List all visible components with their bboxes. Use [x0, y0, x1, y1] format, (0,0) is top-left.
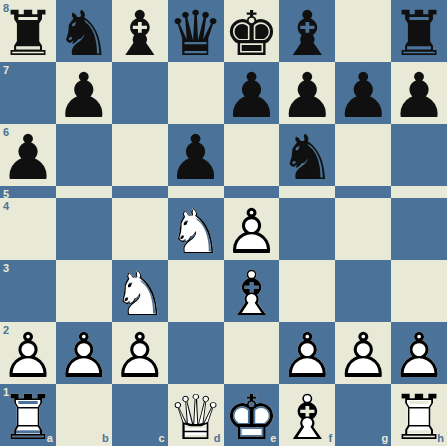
piece-black-knight[interactable]: ♞ — [56, 3, 112, 65]
square-d4[interactable]: ♞♘ — [168, 198, 224, 260]
square-c8[interactable]: ♝ — [112, 0, 168, 62]
square-e4[interactable]: ♟♙ — [224, 198, 280, 260]
square-g8[interactable] — [335, 0, 391, 62]
piece-black-pawn[interactable]: ♟ — [56, 65, 112, 127]
square-g7[interactable]: ♟ — [335, 62, 391, 124]
square-c1[interactable]: c — [112, 384, 168, 446]
square-c4[interactable] — [112, 198, 168, 260]
square-b1[interactable]: b — [56, 384, 112, 446]
white-bishop-outline-icon: ♗ — [224, 263, 280, 325]
square-d2[interactable] — [168, 322, 224, 384]
piece-white-knight[interactable]: ♞♘ — [112, 263, 168, 325]
chess-board: 8♜♞♝♛♚♝♜7♟♟♟♟♟6♟♟♞54♞♘♟♙3♞♘♝♗2♟♙♟♙♟♙♟♙♟♙… — [0, 0, 447, 446]
square-b7[interactable]: ♟ — [56, 62, 112, 124]
white-queen-outline-icon: ♕ — [168, 387, 224, 446]
piece-black-bishop[interactable]: ♝ — [112, 3, 168, 65]
square-a7[interactable]: 7 — [0, 62, 56, 124]
square-d1[interactable]: d♛♕ — [168, 384, 224, 446]
piece-black-bishop[interactable]: ♝ — [280, 3, 336, 65]
black-bishop-icon: ♝ — [280, 3, 336, 65]
square-e3[interactable]: ♝♗ — [224, 260, 280, 322]
white-rook-outline-icon: ♖ — [391, 387, 447, 446]
white-bishop-outline-icon: ♗ — [280, 387, 336, 446]
piece-black-rook[interactable]: ♜ — [0, 3, 56, 65]
square-e6[interactable] — [224, 124, 280, 186]
square-c3[interactable]: ♞♘ — [112, 260, 168, 322]
file-label-c: c — [159, 433, 165, 444]
square-f3[interactable] — [279, 260, 335, 322]
piece-black-knight[interactable]: ♞ — [280, 127, 336, 189]
white-pawn-outline-icon: ♙ — [335, 325, 391, 387]
square-b6[interactable] — [56, 124, 112, 186]
piece-black-pawn[interactable]: ♟ — [0, 127, 56, 189]
piece-black-pawn[interactable]: ♟ — [335, 65, 391, 127]
square-e8[interactable]: ♚ — [224, 0, 280, 62]
square-f6[interactable]: ♞ — [279, 124, 335, 186]
square-g3[interactable] — [335, 260, 391, 322]
black-pawn-icon: ♟ — [391, 65, 447, 127]
square-h3[interactable] — [391, 260, 447, 322]
black-pawn-icon: ♟ — [0, 127, 56, 189]
square-c5[interactable] — [112, 186, 168, 198]
square-h7[interactable]: ♟ — [391, 62, 447, 124]
white-king-outline-icon: ♔ — [224, 387, 280, 446]
piece-white-bishop[interactable]: ♝♗ — [224, 263, 280, 325]
black-bishop-icon: ♝ — [112, 3, 168, 65]
rank-label-4: 4 — [3, 201, 9, 212]
piece-black-pawn[interactable]: ♟ — [391, 65, 447, 127]
file-label-b: b — [102, 433, 109, 444]
square-a6[interactable]: 6♟ — [0, 124, 56, 186]
square-g1[interactable]: g — [335, 384, 391, 446]
piece-white-rook[interactable]: ♜♖ — [391, 387, 447, 446]
black-rook-icon: ♜ — [0, 3, 56, 65]
piece-white-pawn[interactable]: ♟♙ — [224, 201, 280, 263]
square-e2[interactable] — [224, 322, 280, 384]
piece-white-rook[interactable]: ♜♖ — [0, 387, 56, 446]
square-b5[interactable] — [56, 186, 112, 198]
square-h4[interactable] — [391, 198, 447, 260]
square-h5[interactable] — [391, 186, 447, 198]
piece-white-pawn[interactable]: ♟♙ — [335, 325, 391, 387]
black-queen-icon: ♛ — [168, 3, 224, 65]
square-h6[interactable] — [391, 124, 447, 186]
white-pawn-outline-icon: ♙ — [391, 325, 447, 387]
black-knight-icon: ♞ — [280, 127, 336, 189]
square-e1[interactable]: e♚♔ — [224, 384, 280, 446]
white-knight-outline-icon: ♘ — [168, 201, 224, 263]
piece-white-pawn[interactable]: ♟♙ — [56, 325, 112, 387]
black-pawn-icon: ♟ — [56, 65, 112, 127]
white-pawn-outline-icon: ♙ — [112, 325, 168, 387]
white-pawn-outline-icon: ♙ — [224, 201, 280, 263]
square-g6[interactable] — [335, 124, 391, 186]
square-c2[interactable]: ♟♙ — [112, 322, 168, 384]
square-d6[interactable]: ♟ — [168, 124, 224, 186]
piece-black-queen[interactable]: ♛ — [168, 3, 224, 65]
square-g4[interactable] — [335, 198, 391, 260]
black-knight-icon: ♞ — [56, 3, 112, 65]
square-f7[interactable]: ♟ — [279, 62, 335, 124]
square-a4[interactable]: 4 — [0, 198, 56, 260]
square-a2[interactable]: 2♟♙ — [0, 322, 56, 384]
square-c6[interactable] — [112, 124, 168, 186]
piece-white-king[interactable]: ♚♔ — [224, 387, 280, 446]
square-b4[interactable] — [56, 198, 112, 260]
chess-board-container: 8♜♞♝♛♚♝♜7♟♟♟♟♟6♟♟♞54♞♘♟♙3♞♘♝♗2♟♙♟♙♟♙♟♙♟♙… — [0, 0, 447, 446]
black-pawn-icon: ♟ — [224, 65, 280, 127]
square-f1[interactable]: f♝♗ — [279, 384, 335, 446]
black-king-icon: ♚ — [224, 3, 280, 65]
piece-white-queen[interactable]: ♛♕ — [168, 387, 224, 446]
square-g5[interactable] — [335, 186, 391, 198]
square-f4[interactable] — [279, 198, 335, 260]
white-pawn-outline-icon: ♙ — [280, 325, 336, 387]
square-c7[interactable] — [112, 62, 168, 124]
square-g2[interactable]: ♟♙ — [335, 322, 391, 384]
white-pawn-outline-icon: ♙ — [56, 325, 112, 387]
square-b8[interactable]: ♞ — [56, 0, 112, 62]
piece-white-pawn[interactable]: ♟♙ — [112, 325, 168, 387]
square-a8[interactable]: 8♜ — [0, 0, 56, 62]
square-a1[interactable]: 1a♜♖ — [0, 384, 56, 446]
piece-white-pawn[interactable]: ♟♙ — [280, 325, 336, 387]
square-b2[interactable]: ♟♙ — [56, 322, 112, 384]
rank-label-3: 3 — [3, 263, 9, 274]
square-f8[interactable]: ♝ — [279, 0, 335, 62]
square-d8[interactable]: ♛ — [168, 0, 224, 62]
file-label-g: g — [381, 433, 388, 444]
piece-black-pawn[interactable]: ♟ — [280, 65, 336, 127]
square-d3[interactable] — [168, 260, 224, 322]
piece-white-knight[interactable]: ♞♘ — [168, 201, 224, 263]
white-knight-outline-icon: ♘ — [112, 263, 168, 325]
square-h1[interactable]: h♜♖ — [391, 384, 447, 446]
square-h8[interactable]: ♜ — [391, 0, 447, 62]
square-e7[interactable]: ♟ — [224, 62, 280, 124]
square-a3[interactable]: 3 — [0, 260, 56, 322]
square-f2[interactable]: ♟♙ — [279, 322, 335, 384]
piece-white-pawn[interactable]: ♟♙ — [391, 325, 447, 387]
black-rook-icon: ♜ — [391, 3, 447, 65]
square-b3[interactable] — [56, 260, 112, 322]
piece-black-rook[interactable]: ♜ — [391, 3, 447, 65]
piece-white-bishop[interactable]: ♝♗ — [280, 387, 336, 446]
black-pawn-icon: ♟ — [335, 65, 391, 127]
piece-black-king[interactable]: ♚ — [224, 3, 280, 65]
black-pawn-icon: ♟ — [280, 65, 336, 127]
piece-white-pawn[interactable]: ♟♙ — [0, 325, 56, 387]
white-pawn-outline-icon: ♙ — [0, 325, 56, 387]
piece-black-pawn[interactable]: ♟ — [224, 65, 280, 127]
piece-black-pawn[interactable]: ♟ — [168, 127, 224, 189]
white-rook-outline-icon: ♖ — [0, 387, 56, 446]
square-h2[interactable]: ♟♙ — [391, 322, 447, 384]
black-pawn-icon: ♟ — [168, 127, 224, 189]
square-d7[interactable] — [168, 62, 224, 124]
